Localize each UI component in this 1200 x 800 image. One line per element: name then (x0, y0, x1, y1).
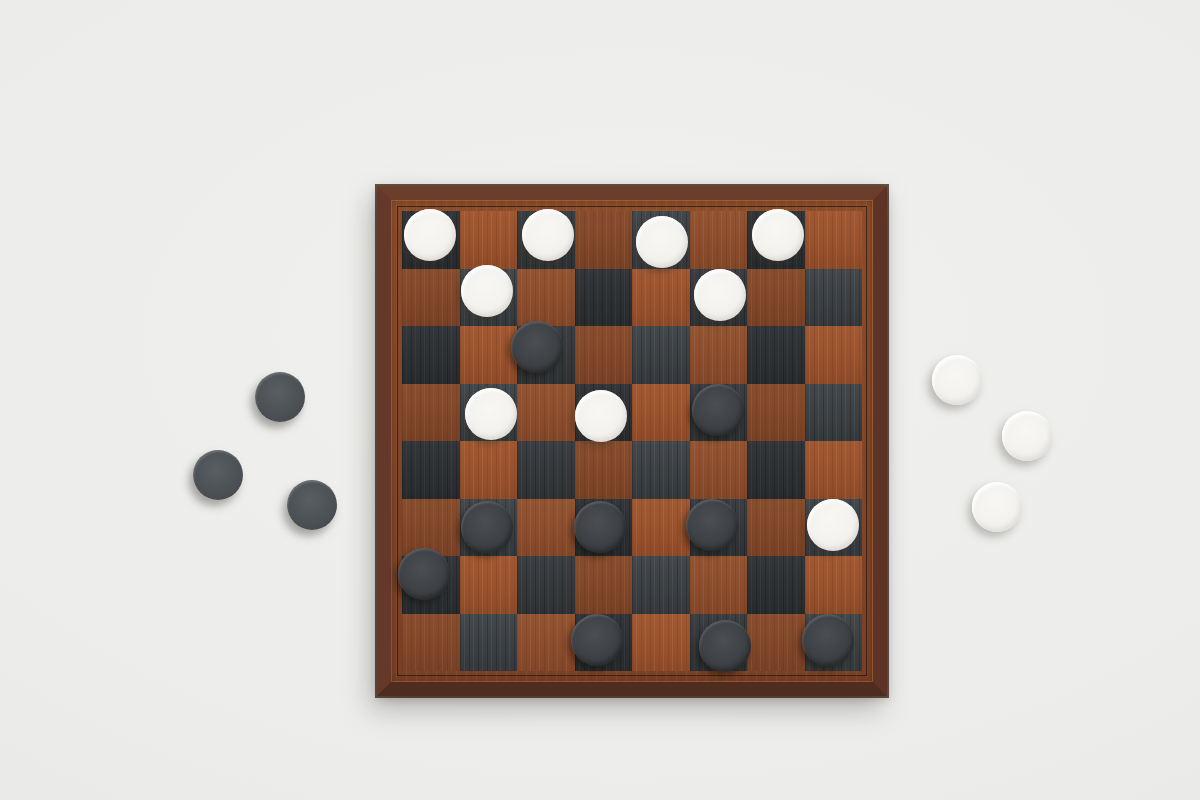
square-r3c5[interactable] (632, 326, 690, 384)
square-r4c7[interactable] (747, 384, 805, 442)
captured-black-piece-left-3[interactable] (287, 480, 337, 530)
square-r2c4[interactable] (575, 269, 633, 327)
square-r5c5[interactable] (632, 441, 690, 499)
square-r5c7[interactable] (747, 441, 805, 499)
square-r7c3[interactable] (517, 556, 575, 614)
white-piece-r1c5[interactable] (636, 216, 688, 268)
square-r5c4[interactable] (575, 441, 633, 499)
square-r3c8[interactable] (805, 326, 863, 384)
square-r1c4[interactable] (575, 211, 633, 269)
square-r3c7[interactable] (747, 326, 805, 384)
square-r4c8[interactable] (805, 384, 863, 442)
square-r6c5[interactable] (632, 499, 690, 557)
square-r8c5[interactable] (632, 614, 690, 672)
captured-white-piece-right-2[interactable] (1002, 411, 1052, 461)
black-piece-r3c3[interactable] (511, 321, 563, 373)
square-r6c1[interactable] (402, 499, 460, 557)
checkers-board (377, 186, 887, 696)
captured-black-piece-left-1[interactable] (255, 372, 305, 422)
square-r2c8[interactable] (805, 269, 863, 327)
square-r1c8[interactable] (805, 211, 863, 269)
square-r4c5[interactable] (632, 384, 690, 442)
square-r1c6[interactable] (690, 211, 748, 269)
square-r8c2[interactable] (460, 614, 518, 672)
square-r3c1[interactable] (402, 326, 460, 384)
square-r8c7[interactable] (747, 614, 805, 672)
black-piece-r7c1[interactable] (398, 548, 450, 600)
captured-white-piece-right-3[interactable] (972, 482, 1022, 532)
square-r5c3[interactable] (517, 441, 575, 499)
square-r7c4[interactable] (575, 556, 633, 614)
square-r2c5[interactable] (632, 269, 690, 327)
square-r2c1[interactable] (402, 269, 460, 327)
square-r4c3[interactable] (517, 384, 575, 442)
square-r7c7[interactable] (747, 556, 805, 614)
white-piece-r1c3[interactable] (522, 209, 574, 261)
square-r7c5[interactable] (632, 556, 690, 614)
square-r5c8[interactable] (805, 441, 863, 499)
square-r1c2[interactable] (460, 211, 518, 269)
captured-white-piece-right-1[interactable] (932, 355, 982, 405)
board-margin (391, 200, 873, 682)
square-r7c8[interactable] (805, 556, 863, 614)
square-r5c6[interactable] (690, 441, 748, 499)
square-r2c7[interactable] (747, 269, 805, 327)
square-r5c1[interactable] (402, 441, 460, 499)
square-r3c4[interactable] (575, 326, 633, 384)
square-r7c2[interactable] (460, 556, 518, 614)
white-piece-r1c1[interactable] (404, 209, 456, 261)
tabletop-scene (0, 0, 1200, 800)
captured-black-piece-left-2[interactable] (193, 450, 243, 500)
square-r8c3[interactable] (517, 614, 575, 672)
square-r6c3[interactable] (517, 499, 575, 557)
square-r3c2[interactable] (460, 326, 518, 384)
square-r7c6[interactable] (690, 556, 748, 614)
square-r6c7[interactable] (747, 499, 805, 557)
square-r5c2[interactable] (460, 441, 518, 499)
square-r3c6[interactable] (690, 326, 748, 384)
white-piece-r1c7[interactable] (752, 209, 804, 261)
square-r4c1[interactable] (402, 384, 460, 442)
square-r8c1[interactable] (402, 614, 460, 672)
square-r2c3[interactable] (517, 269, 575, 327)
